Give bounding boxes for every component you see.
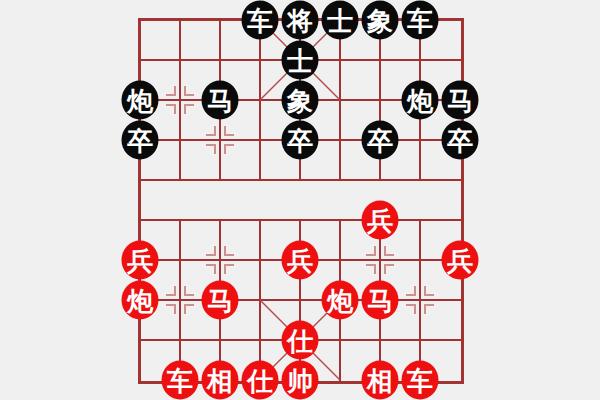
- piece-black-general[interactable]: 将: [282, 1, 319, 40]
- piece-black-horse[interactable]: 马: [202, 81, 239, 120]
- board-cell: [141, 21, 181, 61]
- xiangqi-app: 车将士象车士炮马象炮马卒卒卒卒兵兵兵兵炮马炮马仕车相仕帅相车: [0, 0, 600, 400]
- piece-black-cannon[interactable]: 炮: [122, 81, 159, 120]
- piece-red-cannon[interactable]: 炮: [322, 281, 359, 320]
- piece-black-soldier[interactable]: 卒: [442, 121, 479, 160]
- piece-red-soldier[interactable]: 兵: [282, 241, 319, 280]
- piece-red-elephant[interactable]: 相: [362, 361, 399, 400]
- board-cell: [141, 181, 181, 221]
- piece-black-cannon[interactable]: 炮: [402, 81, 439, 120]
- board-cell: [181, 181, 221, 221]
- piece-red-elephant[interactable]: 相: [202, 361, 239, 400]
- piece-black-soldier[interactable]: 卒: [362, 121, 399, 160]
- piece-black-elephant[interactable]: 象: [362, 1, 399, 40]
- piece-red-soldier[interactable]: 兵: [122, 241, 159, 280]
- piece-red-advisor[interactable]: 仕: [282, 321, 319, 360]
- piece-black-horse[interactable]: 马: [442, 81, 479, 120]
- piece-black-elephant[interactable]: 象: [282, 81, 319, 120]
- board-cell: [341, 61, 381, 101]
- piece-red-advisor[interactable]: 仕: [242, 361, 279, 400]
- piece-black-soldier[interactable]: 卒: [122, 121, 159, 160]
- board-cell: [261, 181, 301, 221]
- piece-red-soldier[interactable]: 兵: [362, 201, 399, 240]
- piece-red-horse[interactable]: 马: [202, 281, 239, 320]
- piece-red-cannon[interactable]: 炮: [122, 281, 159, 320]
- piece-black-chariot[interactable]: 车: [402, 1, 439, 40]
- board-cell: [221, 181, 261, 221]
- piece-black-chariot[interactable]: 车: [242, 1, 279, 40]
- piece-black-soldier[interactable]: 卒: [282, 121, 319, 160]
- board-cell: [221, 141, 261, 181]
- board-cell: [181, 21, 221, 61]
- board-cell: [221, 221, 261, 261]
- board-cell: [301, 181, 341, 221]
- board-cell: [181, 221, 221, 261]
- piece-red-chariot[interactable]: 车: [162, 361, 199, 400]
- piece-red-horse[interactable]: 马: [362, 281, 399, 320]
- piece-black-advisor[interactable]: 士: [282, 41, 319, 80]
- piece-red-soldier[interactable]: 兵: [442, 241, 479, 280]
- piece-red-general[interactable]: 帅: [282, 361, 319, 400]
- board-cell: [181, 141, 221, 181]
- piece-black-advisor[interactable]: 士: [322, 1, 359, 40]
- board-cell: [421, 181, 461, 221]
- piece-red-chariot[interactable]: 车: [402, 361, 439, 400]
- board-cell: [421, 301, 461, 341]
